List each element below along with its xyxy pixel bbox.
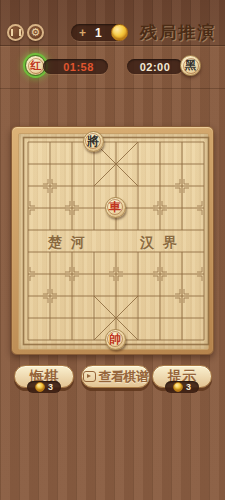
coin-count: 1 xyxy=(95,26,102,40)
board-piece-red-general[interactable]: 帥 xyxy=(105,329,126,350)
hint-cost-badge: 3 xyxy=(165,381,199,393)
black-player-disc: 黑 xyxy=(180,55,201,76)
hint-cost-count: 3 xyxy=(186,382,191,392)
app-screen: ⚙ + 1 残局推演 红 01:58 02:00 黑 楚河 汉界 將車帥 悔棋 … xyxy=(0,0,225,500)
video-icon xyxy=(83,371,96,382)
coin-plus-label: + xyxy=(79,26,86,40)
red-timer: 01:58 xyxy=(43,59,108,74)
pause-icon xyxy=(11,29,21,36)
black-player-label: 黑 xyxy=(185,60,196,71)
view-record-button[interactable]: 查看棋谱 xyxy=(81,365,150,388)
pause-button[interactable] xyxy=(7,24,24,41)
coin-icon xyxy=(173,382,183,392)
red-player-label: 红 xyxy=(30,60,41,71)
settings-button[interactable]: ⚙ xyxy=(27,24,44,41)
piece-glyph: 車 xyxy=(109,201,121,213)
board-piece-black-general[interactable]: 將 xyxy=(83,131,104,152)
black-timer: 02:00 xyxy=(127,59,183,74)
view-record-button-label: 查看棋谱 xyxy=(99,368,149,386)
coin-counter[interactable]: + 1 xyxy=(71,24,127,41)
undo-cost-badge: 3 xyxy=(27,381,61,393)
board-piece-red-chariot[interactable]: 車 xyxy=(105,197,126,218)
gear-icon: ⚙ xyxy=(31,27,41,38)
page-title: 残局推演 xyxy=(133,21,223,44)
coin-icon xyxy=(111,24,128,41)
coin-icon xyxy=(35,382,45,392)
wood-seam xyxy=(0,88,225,89)
piece-glyph: 帥 xyxy=(109,333,121,345)
pieces-layer[interactable]: 將車帥 xyxy=(16,130,214,350)
piece-glyph: 將 xyxy=(87,135,99,147)
undo-cost-count: 3 xyxy=(48,382,53,392)
xiangqi-board[interactable]: 楚河 汉界 將車帥 xyxy=(11,126,214,355)
